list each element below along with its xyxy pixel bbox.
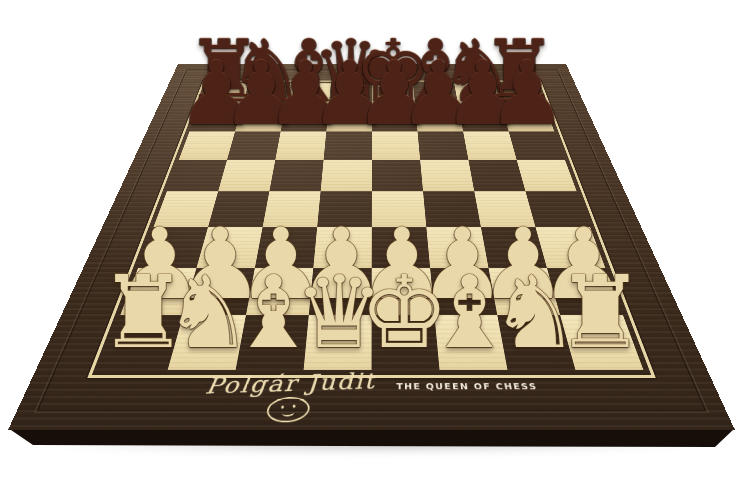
square-e8 [372, 83, 415, 106]
square-h7 [502, 106, 555, 131]
square-g7 [458, 106, 508, 131]
square-g6 [463, 131, 517, 159]
square-e5 [372, 160, 423, 192]
square-d2 [309, 268, 372, 315]
square-f6 [418, 131, 469, 159]
square-c4 [263, 191, 321, 227]
square-a6 [179, 131, 235, 159]
square-f1 [434, 315, 507, 370]
square-g8 [454, 83, 501, 106]
square-e4 [372, 191, 427, 227]
square-f2 [430, 268, 497, 315]
square-b4 [208, 191, 269, 227]
square-d1 [304, 315, 372, 370]
square-c7 [281, 106, 329, 131]
square-c1 [236, 315, 309, 370]
square-d5 [321, 160, 372, 192]
square-a8 [199, 83, 249, 106]
square-e1 [372, 315, 440, 370]
square-b7 [235, 106, 285, 131]
square-a5 [167, 160, 227, 192]
square-b2 [183, 268, 255, 315]
square-d7 [326, 106, 372, 131]
square-f7 [415, 106, 463, 131]
square-f3 [426, 227, 488, 268]
square-e7 [372, 106, 418, 131]
board-photo-stage: Polgár Judit THE QUEEN OF CHESS ♜♞♝♛♚♝♞♜… [0, 0, 750, 479]
square-c2 [246, 268, 313, 315]
square-e3 [372, 227, 430, 268]
square-b8 [242, 83, 290, 106]
square-c6 [275, 131, 326, 159]
chess-board: Polgár Judit THE QUEEN OF CHESS [8, 64, 735, 430]
square-h8 [495, 83, 545, 106]
square-f8 [413, 83, 458, 106]
square-d4 [317, 191, 372, 227]
square-a7 [189, 106, 242, 131]
square-b6 [227, 131, 281, 159]
square-f4 [423, 191, 481, 227]
square-c8 [285, 83, 330, 106]
square-e2 [372, 268, 435, 315]
square-g5 [468, 160, 525, 192]
square-d6 [324, 131, 372, 159]
square-f5 [420, 160, 474, 192]
square-d3 [313, 227, 371, 268]
square-c5 [269, 160, 323, 192]
square-c3 [255, 227, 317, 268]
square-e6 [372, 131, 420, 159]
square-b3 [196, 227, 262, 268]
square-b5 [218, 160, 275, 192]
square-d8 [329, 83, 372, 106]
